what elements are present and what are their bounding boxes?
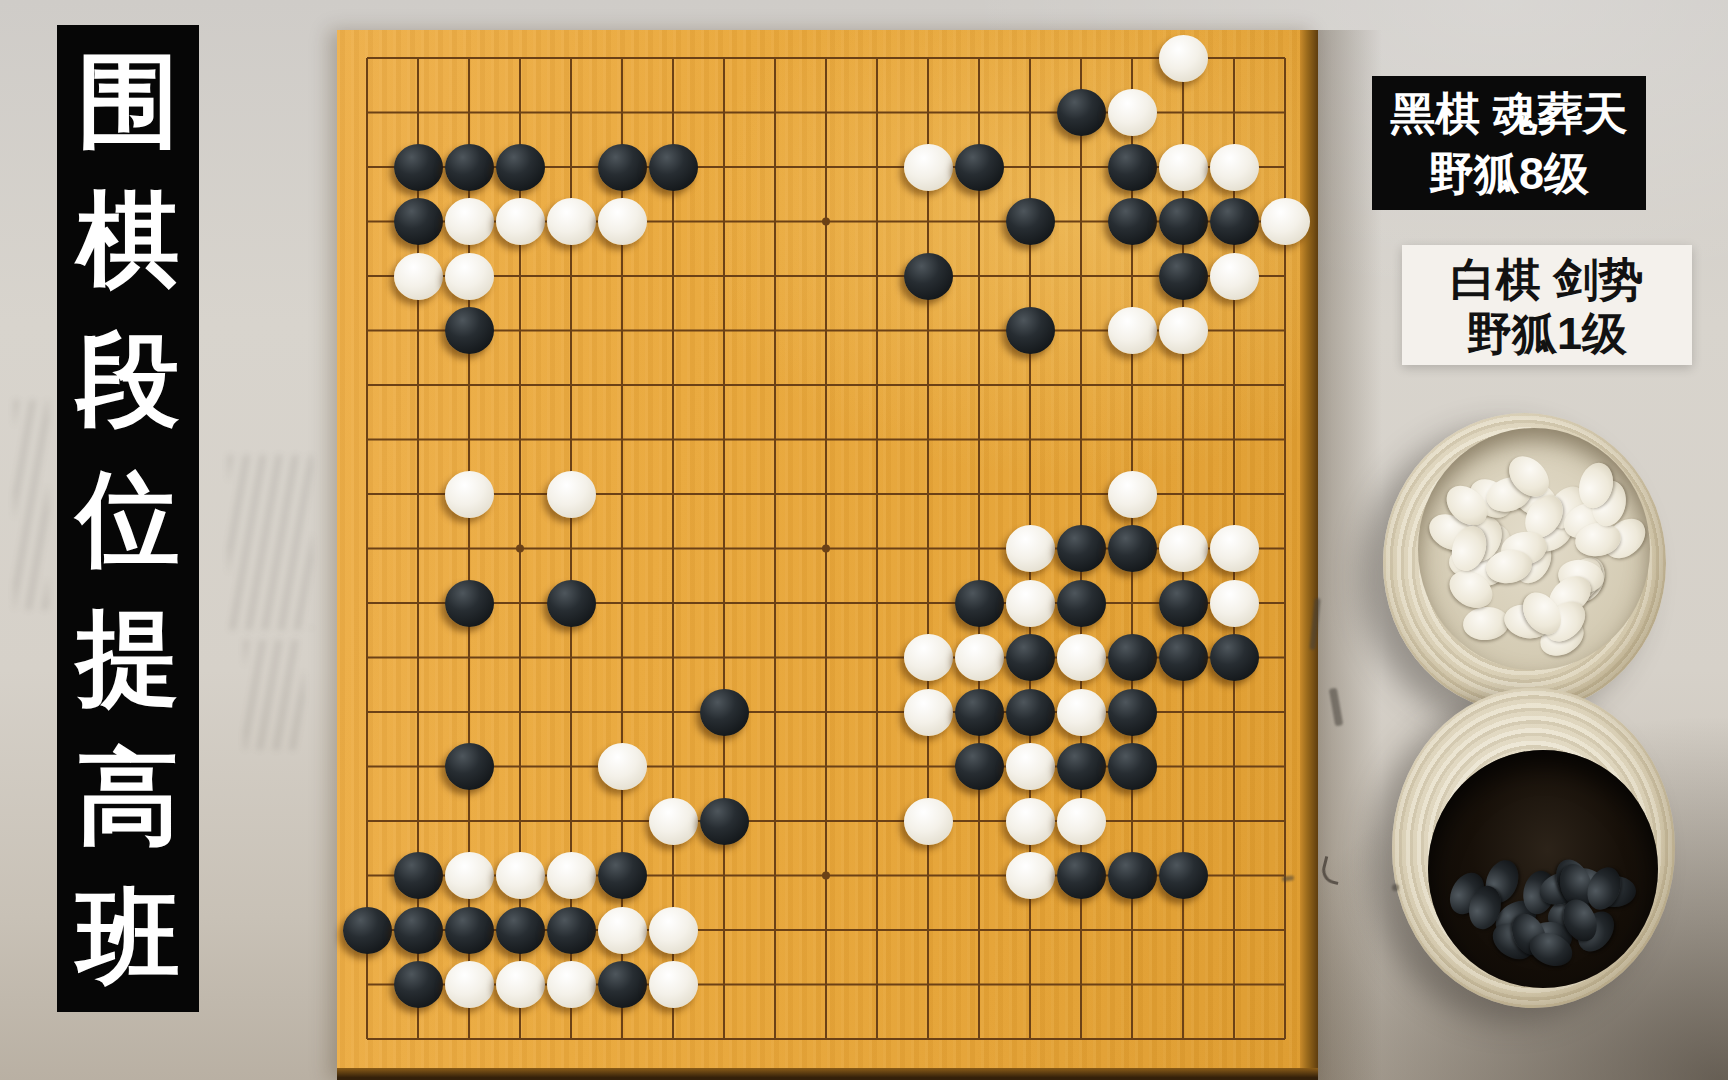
go-stone-black: ●: [1159, 580, 1208, 627]
go-stone-white: ○: [1006, 580, 1055, 627]
go-stone-white: ○: [955, 634, 1004, 681]
go-stone-white: ○: [394, 253, 443, 300]
black-player-name: 黑棋 魂葬天: [1384, 84, 1634, 144]
go-stone-white: ○: [1210, 525, 1259, 572]
white-bowl-opening: [1418, 428, 1650, 670]
go-stone-white: ○: [1108, 89, 1157, 136]
go-stone-black: ●: [955, 689, 1004, 736]
go-stone-white: ○: [649, 961, 698, 1008]
go-stone-black: ●: [700, 798, 749, 845]
go-stone-black: ●: [445, 743, 494, 790]
go-stone-white: ○: [445, 253, 494, 300]
go-stone-black: ●: [394, 852, 443, 899]
go-stone-black: ●: [1108, 743, 1157, 790]
black-bowl-opening: [1428, 750, 1658, 988]
go-stone-white: ○: [1057, 634, 1106, 681]
go-stone-white: ○: [496, 961, 545, 1008]
go-stone-white: ○: [445, 961, 494, 1008]
ink-wash-painting: [244, 640, 304, 750]
class-title-banner: 围棋段位提高班: [57, 25, 199, 1012]
go-stone-black: ●: [445, 907, 494, 954]
go-stone-black: ●: [598, 852, 647, 899]
go-stone-black: ●: [1210, 634, 1259, 681]
go-stone-black: ●: [547, 580, 596, 627]
go-stone-white: ○: [445, 198, 494, 245]
title-char: 位: [77, 467, 180, 570]
black-player-rank: 野狐8级: [1384, 144, 1634, 204]
go-stone-white: ○: [496, 198, 545, 245]
go-stone-white: ○: [1108, 471, 1157, 518]
go-stone-white: ○: [1210, 144, 1259, 191]
go-stone-black: ●: [1057, 89, 1106, 136]
go-stone-white: ○: [547, 198, 596, 245]
white-player-name: 白棋 剑势: [1414, 253, 1680, 307]
page-background: { "game": "go", "scene": "overhead photo…: [0, 0, 1728, 1080]
title-char: 班: [77, 885, 180, 988]
go-stone-black: ●: [1006, 689, 1055, 736]
go-stone-black: ●: [343, 907, 392, 954]
go-stone-black: ●: [1159, 253, 1208, 300]
go-stone-black: ●: [1057, 743, 1106, 790]
title-char: 提: [77, 606, 180, 709]
go-stone-black: ●: [955, 144, 1004, 191]
go-stone-white: ○: [598, 743, 647, 790]
white-player-banner: 白棋 剑势 野狐1级: [1402, 245, 1692, 365]
go-stone-white: ○: [904, 798, 953, 845]
go-stone-black: ●: [1159, 198, 1208, 245]
go-stone-black: ●: [1108, 689, 1157, 736]
go-stone-white: ○: [547, 961, 596, 1008]
title-char: 棋: [77, 188, 180, 291]
go-stone-white: ○: [445, 471, 494, 518]
go-stone-white: ○: [1159, 35, 1208, 82]
go-stone-white: ○: [1057, 689, 1106, 736]
go-stone-black: ●: [1108, 634, 1157, 681]
go-stone-white: ○: [904, 689, 953, 736]
go-stone-black: ●: [445, 580, 494, 627]
go-stone-black: ●: [1159, 852, 1208, 899]
go-stone-white: ○: [598, 907, 647, 954]
go-stone-white: ○: [1261, 198, 1310, 245]
go-stone-black: ●: [1057, 525, 1106, 572]
go-stone-white: ○: [1006, 852, 1055, 899]
go-stone-black: ●: [1159, 634, 1208, 681]
go-stone-white: ○: [649, 798, 698, 845]
go-stone-white: ○: [904, 634, 953, 681]
go-stone-white: ○: [496, 852, 545, 899]
go-stone-black: ●: [1108, 144, 1157, 191]
go-stone-white: ○: [1006, 743, 1055, 790]
go-stone-black: ●: [598, 961, 647, 1008]
title-char: 段: [77, 328, 180, 431]
go-stone-white: ○: [1006, 525, 1055, 572]
go-stone-white: ○: [1159, 307, 1208, 354]
go-stone-black: ●: [496, 907, 545, 954]
go-stone-black: ●: [547, 907, 596, 954]
go-stone-black: ●: [1006, 307, 1055, 354]
go-stone-black: ●: [394, 144, 443, 191]
calligraphy-mark: [1392, 884, 1399, 891]
go-stone-black: ●: [445, 307, 494, 354]
bowl-stone-white: [1462, 605, 1511, 642]
go-stone-white: ○: [1006, 798, 1055, 845]
go-stone-white: ○: [598, 198, 647, 245]
go-stone-black: ●: [496, 144, 545, 191]
go-stone-white: ○: [904, 144, 953, 191]
white-player-rank: 野狐1级: [1414, 307, 1680, 361]
go-stone-black: ●: [394, 198, 443, 245]
go-stone-black: ●: [955, 743, 1004, 790]
go-stone-black: ●: [1108, 198, 1157, 245]
go-stone-black: ●: [394, 961, 443, 1008]
go-stone-black: ●: [394, 907, 443, 954]
title-char: 高: [77, 746, 180, 849]
black-player-banner: 黑棋 魂葬天 野狐8级: [1372, 76, 1646, 210]
go-stone-black: ●: [1210, 198, 1259, 245]
go-stone-white: ○: [1108, 307, 1157, 354]
black-stone-bowl: [1392, 688, 1675, 1008]
white-stone-bowl: [1383, 413, 1666, 713]
go-stone-black: ●: [1057, 852, 1106, 899]
go-stone-black: ●: [1006, 198, 1055, 245]
go-stone-white: ○: [1210, 580, 1259, 627]
go-stone-black: ●: [1057, 580, 1106, 627]
go-stone-black: ●: [598, 144, 647, 191]
go-stone-black: ●: [904, 253, 953, 300]
go-stone-black: ●: [1108, 852, 1157, 899]
go-stone-white: ○: [445, 852, 494, 899]
go-stone-white: ○: [1159, 525, 1208, 572]
title-char: 围: [77, 49, 180, 152]
go-stone-black: ●: [1006, 634, 1055, 681]
go-stone-black: ●: [955, 580, 1004, 627]
ink-wash-painting: [14, 400, 48, 610]
go-stone-white: ○: [547, 471, 596, 518]
go-stone-white: ○: [649, 907, 698, 954]
go-stone-white: ○: [1057, 798, 1106, 845]
board-side-edge: [1300, 30, 1318, 1080]
go-stone-black: ●: [700, 689, 749, 736]
board-front-edge: [337, 1068, 1318, 1080]
ink-wash-painting: [228, 455, 312, 630]
go-board: ○●○●●●●●○●●○○●○○○○●●●●○○○●●○●●○○○○○○●●○○…: [337, 30, 1318, 1080]
go-stone-black: ●: [445, 144, 494, 191]
go-stone-white: ○: [1159, 144, 1208, 191]
go-stone-white: ○: [547, 852, 596, 899]
go-stone-white: ○: [1210, 253, 1259, 300]
go-stone-black: ●: [649, 144, 698, 191]
go-stone-black: ●: [1108, 525, 1157, 572]
